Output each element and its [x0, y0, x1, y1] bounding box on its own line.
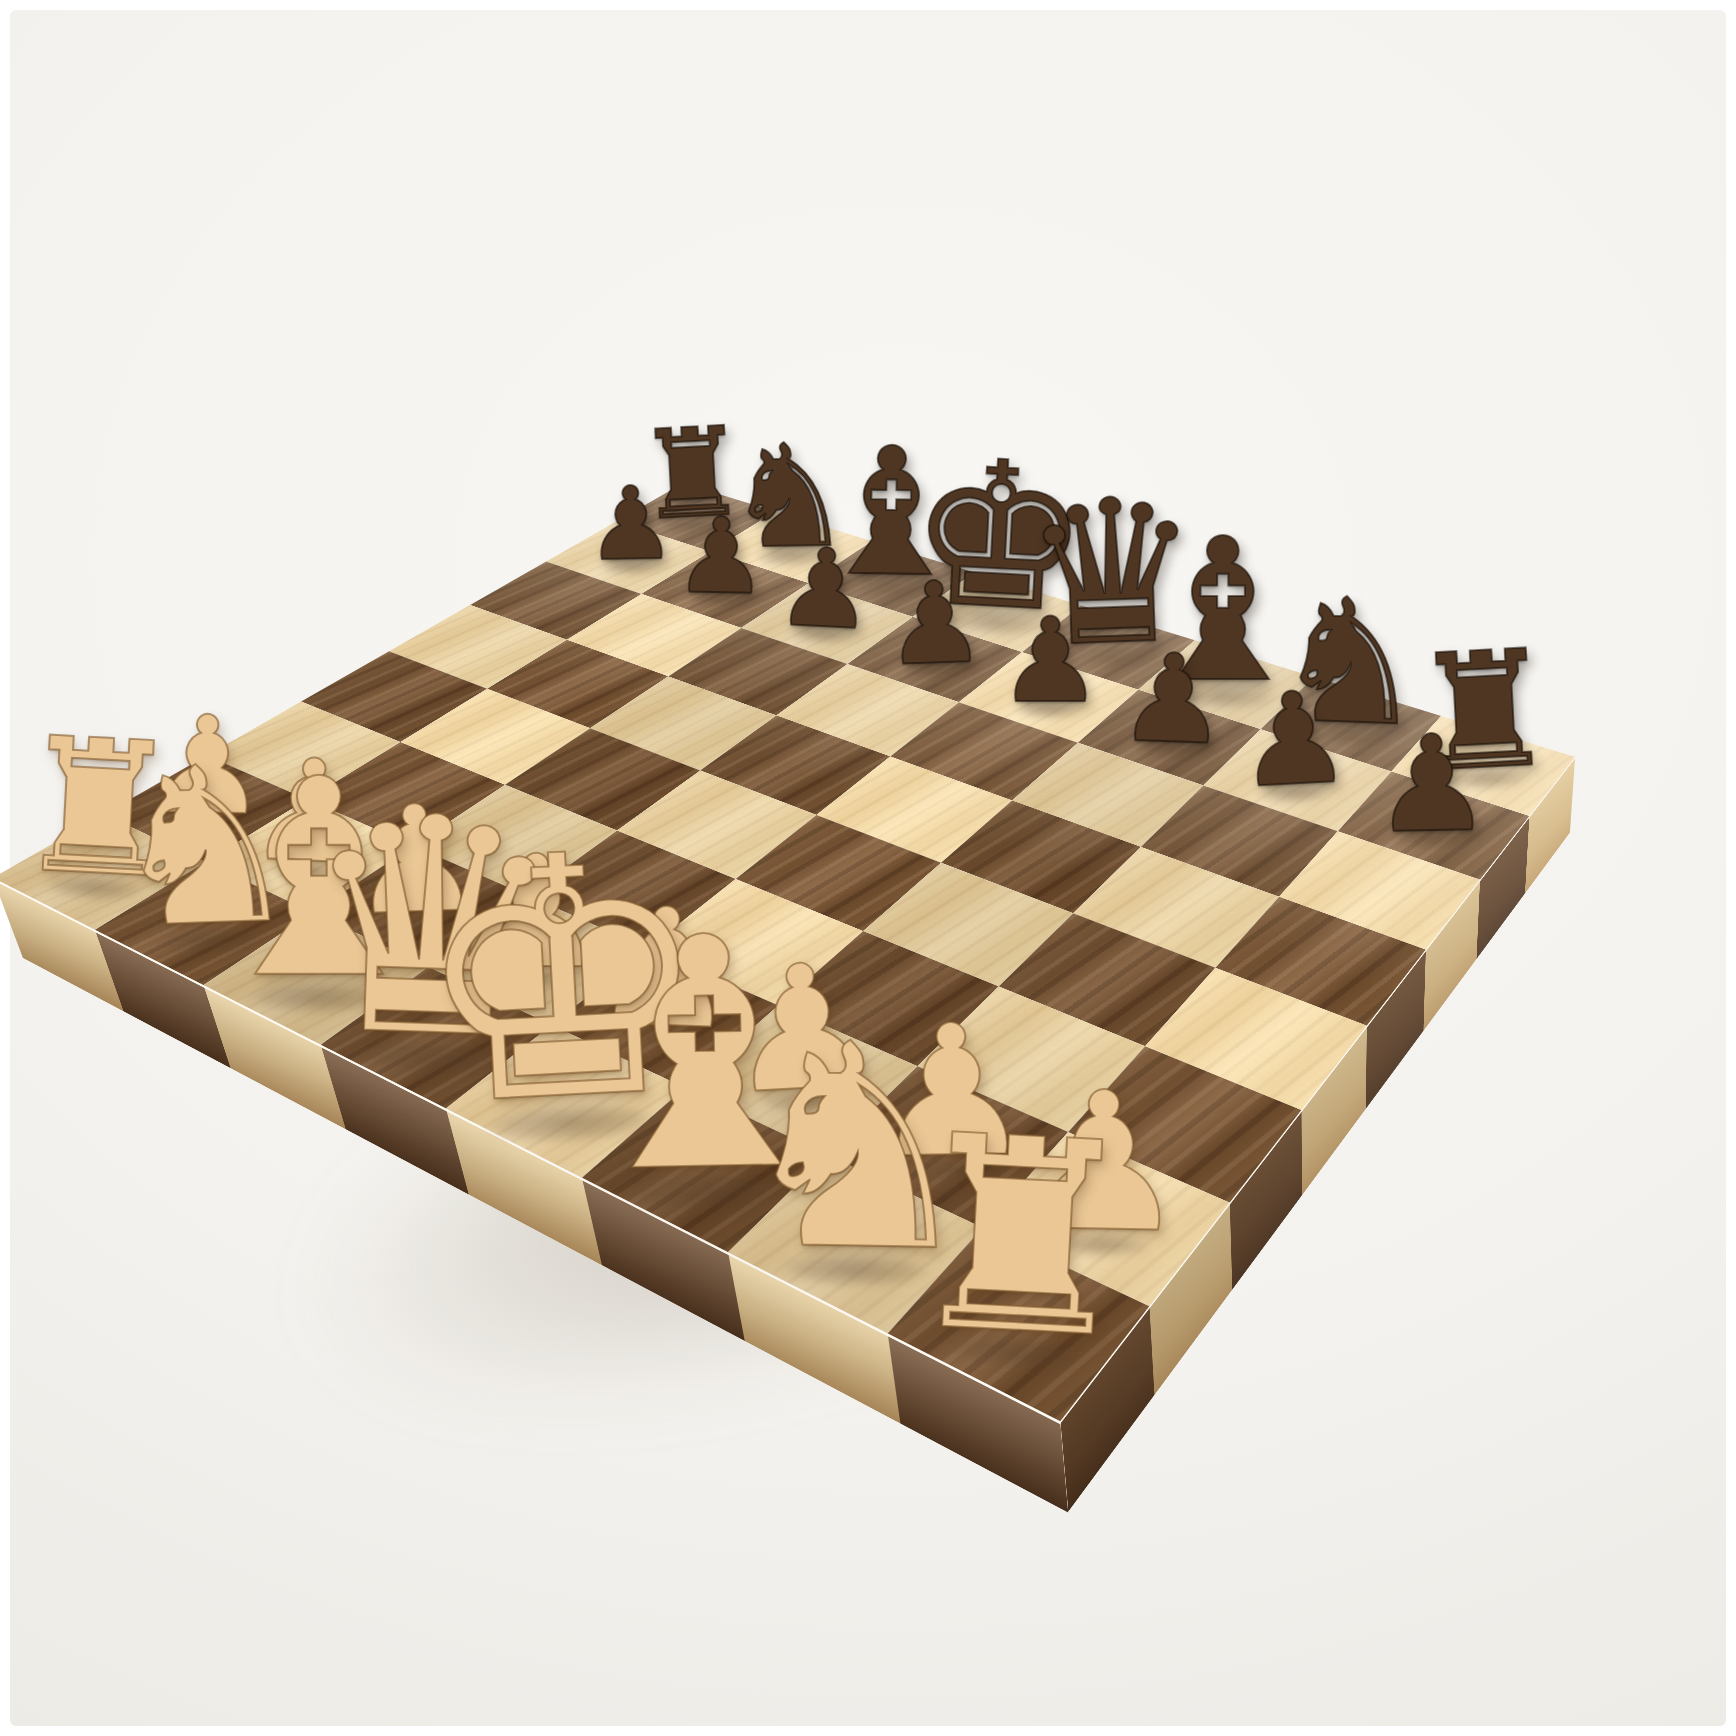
chess-board — [0, 483, 1575, 1421]
chess-set-photo: ♜♞♝♚♛♝♞♜♟♟♟♟♟♟♟♟♟♟♟♟♟♟♟♟♜♞♝♛♚♝♞♜ — [0, 0, 1736, 1736]
scene-3d — [0, 0, 1736, 1736]
edge-block-h3 — [1230, 1112, 1302, 1290]
square-f6[interactable] — [1012, 743, 1203, 847]
